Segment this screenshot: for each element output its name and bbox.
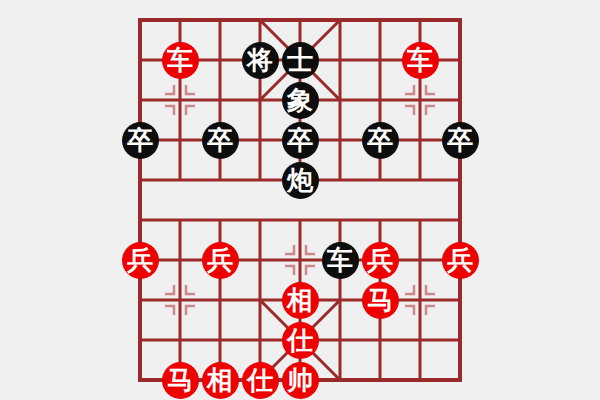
piece-red-soldier[interactable]: 兵 [362, 242, 399, 279]
piece-black-cannon[interactable]: 炮 [282, 162, 319, 199]
piece-layer: 车车将士象卒卒卒卒卒炮兵兵车兵兵相马仕马相仕帅 [120, 0, 480, 400]
piece-red-soldier[interactable]: 兵 [202, 242, 239, 279]
piece-red-soldier[interactable]: 兵 [442, 242, 479, 279]
piece-black-chariot[interactable]: 车 [322, 242, 359, 279]
piece-red-advisor[interactable]: 仕 [242, 362, 279, 399]
piece-red-general[interactable]: 帅 [282, 362, 319, 399]
piece-black-soldier[interactable]: 卒 [122, 122, 159, 159]
piece-black-soldier[interactable]: 卒 [362, 122, 399, 159]
piece-red-elephant[interactable]: 相 [282, 282, 319, 319]
xiangqi-board[interactable]: 车车将士象卒卒卒卒卒炮兵兵车兵兵相马仕马相仕帅 [0, 0, 600, 400]
piece-black-elephant[interactable]: 象 [282, 82, 319, 119]
piece-red-soldier[interactable]: 兵 [122, 242, 159, 279]
piece-red-chariot[interactable]: 车 [162, 42, 199, 79]
piece-red-elephant[interactable]: 相 [202, 362, 239, 399]
piece-black-soldier[interactable]: 卒 [282, 122, 319, 159]
piece-black-soldier[interactable]: 卒 [442, 122, 479, 159]
piece-red-advisor[interactable]: 仕 [282, 322, 319, 359]
piece-red-horse[interactable]: 马 [162, 362, 199, 399]
piece-black-soldier[interactable]: 卒 [202, 122, 239, 159]
piece-black-general[interactable]: 将 [242, 42, 279, 79]
piece-red-horse[interactable]: 马 [362, 282, 399, 319]
piece-black-advisor[interactable]: 士 [282, 42, 319, 79]
piece-red-chariot[interactable]: 车 [402, 42, 439, 79]
